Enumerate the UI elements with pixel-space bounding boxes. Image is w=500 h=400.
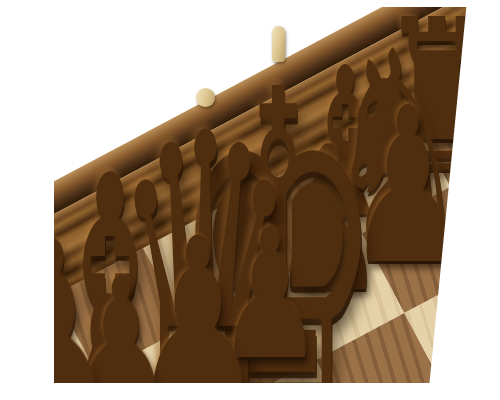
- photo-margin-top: [0, 0, 500, 7]
- product-photo: ♟♟♝♟♛♟♚♟♝♞♟♜: [0, 0, 500, 400]
- photo-margin-bottom: [0, 383, 500, 400]
- queen-finial: [196, 88, 215, 107]
- photo-margin-left: [0, 0, 54, 400]
